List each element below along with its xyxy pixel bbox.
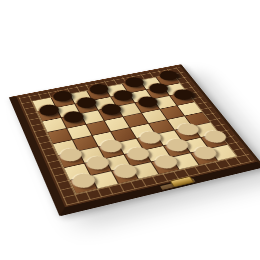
light-piece[interactable]: ● bbox=[98, 137, 123, 152]
board-grid: ●●●●●●●●●●●●●●●●●●●●●●●● bbox=[32, 73, 238, 194]
light-piece[interactable]: ● bbox=[70, 170, 96, 187]
checkers-board: ●●●●●●●●●●●●●●●●●●●●●●●● bbox=[9, 64, 260, 216]
dark-piece[interactable]: ● bbox=[99, 101, 123, 114]
light-piece[interactable]: ● bbox=[112, 161, 139, 178]
light-piece[interactable]: ● bbox=[152, 152, 179, 168]
product-photo: ●●●●●●●●●●●●●●●●●●●●●●●● bbox=[0, 0, 260, 260]
board-square[interactable]: ● bbox=[112, 167, 138, 184]
checkers-board-wrap: ●●●●●●●●●●●●●●●●●●●●●●●● bbox=[9, 64, 260, 216]
board-square[interactable]: ● bbox=[70, 176, 96, 193]
dark-piece[interactable]: ● bbox=[135, 94, 159, 107]
dark-piece[interactable]: ● bbox=[61, 109, 84, 123]
light-piece[interactable]: ● bbox=[191, 143, 218, 159]
light-piece[interactable]: ● bbox=[58, 146, 83, 162]
board-border-pattern: ●●●●●●●●●●●●●●●●●●●●●●●● bbox=[19, 67, 255, 206]
board-square[interactable] bbox=[86, 121, 110, 135]
dark-piece[interactable]: ● bbox=[171, 87, 195, 100]
